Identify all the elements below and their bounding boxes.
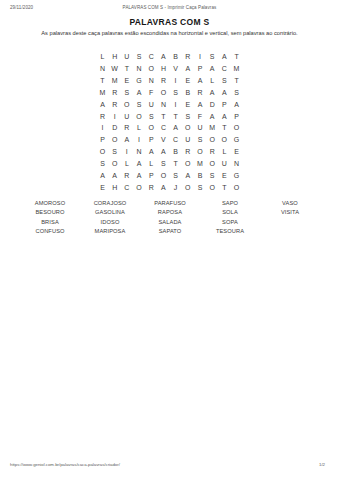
grid-cell-r4c10: A — [206, 87, 218, 99]
footer-url: https://www.geniol.com.br/palavras/caca-… — [10, 462, 120, 467]
word-item: MARIPOSA — [80, 227, 140, 236]
grid-cell-r3c4: G — [133, 75, 145, 87]
grid-cell-r4c1: M — [96, 87, 108, 99]
word-item: SOPA — [200, 218, 260, 227]
grid-cell-r8c1: P — [96, 134, 108, 146]
grid-cell-r11c4: A — [133, 169, 145, 181]
word-item: SAPO — [200, 199, 260, 208]
grid-cell-r12c6: A — [157, 181, 169, 193]
grid-cell-r11c1: A — [96, 169, 108, 181]
grid-cell-r10c11: U — [218, 158, 230, 170]
puzzle-instructions: As palavras deste caça palavras estão es… — [0, 30, 339, 36]
grid-cell-r3c6: R — [157, 75, 169, 87]
grid-cell-r10c12: N — [230, 158, 242, 170]
grid-cell-r8c2: O — [109, 134, 121, 146]
grid-cell-r6c4: O — [133, 110, 145, 122]
grid-cell-r8c12: G — [230, 134, 242, 146]
grid-cell-r11c7: S — [170, 169, 182, 181]
grid-cell-r3c2: M — [109, 75, 121, 87]
grid-cell-r3c9: A — [194, 75, 206, 87]
grid-cell-r9c9: O — [194, 146, 206, 158]
grid-cell-r12c4: O — [133, 181, 145, 193]
grid-cell-r12c2: H — [109, 181, 121, 193]
word-item: IDOSO — [80, 218, 140, 227]
grid-cell-r1c2: H — [109, 51, 121, 63]
word-item: VASO — [260, 199, 320, 208]
grid-cell-r5c7: I — [170, 98, 182, 110]
grid-cell-r8c10: O — [206, 134, 218, 146]
grid-cell-r3c12: T — [230, 75, 242, 87]
grid-cell-r4c6: O — [157, 87, 169, 99]
grid-cell-r5c3: O — [121, 98, 133, 110]
grid-cell-r9c2: S — [109, 146, 121, 158]
word-item: SALADA — [140, 218, 200, 227]
grid-cell-r1c3: U — [121, 51, 133, 63]
grid-cell-r6c2: I — [109, 110, 121, 122]
grid-cell-r12c11: T — [218, 181, 230, 193]
grid-cell-r3c3: E — [121, 75, 133, 87]
grid-cell-r4c7: S — [170, 87, 182, 99]
grid-cell-r5c2: R — [109, 98, 121, 110]
grid-cell-r7c5: O — [145, 122, 157, 134]
word-list-column-4: SAPOSOLASOPATESOURA — [200, 199, 260, 236]
grid-cell-r9c12: E — [230, 146, 242, 158]
grid-cell-r10c1: S — [96, 158, 108, 170]
grid-cell-r11c2: A — [109, 169, 121, 181]
grid-cell-r3c7: I — [170, 75, 182, 87]
grid-cell-r3c10: L — [206, 75, 218, 87]
grid-cell-r11c10: S — [206, 169, 218, 181]
grid-cell-r9c11: L — [218, 146, 230, 158]
grid-cell-r2c5: O — [145, 63, 157, 75]
grid-cell-r1c11: A — [218, 51, 230, 63]
grid-cell-r5c8: E — [182, 98, 194, 110]
grid-cell-r1c12: T — [230, 51, 242, 63]
word-item: SAPATO — [140, 227, 200, 236]
grid-cell-r7c1: I — [96, 122, 108, 134]
word-list-column-3: PARAFUSORAPOSASALADASAPATO — [140, 199, 200, 236]
grid-cell-r7c10: M — [206, 122, 218, 134]
grid-cell-r5c5: U — [145, 98, 157, 110]
print-date: 29/11/2020 — [10, 5, 33, 10]
word-item: CORAJOSO — [80, 199, 140, 208]
grid-cell-r12c12: O — [230, 181, 242, 193]
grid-cell-r10c5: L — [145, 158, 157, 170]
grid-cell-r5c9: A — [194, 98, 206, 110]
grid-cell-r7c4: L — [133, 122, 145, 134]
grid-cell-r7c12: O — [230, 122, 242, 134]
grid-cell-r8c11: O — [218, 134, 230, 146]
grid-cell-r2c7: V — [170, 63, 182, 75]
grid-cell-r10c7: T — [170, 158, 182, 170]
grid-cell-r4c5: F — [145, 87, 157, 99]
word-item: GASOLINA — [80, 208, 140, 217]
grid-cell-r11c5: P — [145, 169, 157, 181]
grid-cell-r7c8: O — [182, 122, 194, 134]
grid-cell-r10c8: O — [182, 158, 194, 170]
grid-cell-r1c1: L — [96, 51, 108, 63]
grid-cell-r7c2: D — [109, 122, 121, 134]
grid-cell-r7c11: T — [218, 122, 230, 134]
word-item: BESOURO — [20, 208, 80, 217]
grid-cell-r10c2: O — [109, 158, 121, 170]
grid-cell-r3c11: S — [218, 75, 230, 87]
grid-cell-r8c5: P — [145, 134, 157, 146]
word-search-grid: LHUSCABRISATNWTNOHVAPACMTMEGNRIEALSTMRSA… — [96, 51, 242, 193]
grid-cell-r12c8: O — [182, 181, 194, 193]
grid-cell-r2c11: C — [218, 63, 230, 75]
grid-cell-r6c5: S — [145, 110, 157, 122]
word-list-column-5: VASOVISITA — [260, 199, 320, 236]
grid-cell-r1c9: I — [194, 51, 206, 63]
word-item: SOLA — [200, 208, 260, 217]
grid-cell-r5c10: D — [206, 98, 218, 110]
grid-cell-r9c8: R — [182, 146, 194, 158]
grid-cell-r3c8: E — [182, 75, 194, 87]
grid-cell-r2c6: H — [157, 63, 169, 75]
grid-cell-r4c11: A — [218, 87, 230, 99]
grid-cell-r8c3: A — [121, 134, 133, 146]
grid-cell-r4c8: B — [182, 87, 194, 99]
grid-cell-r6c11: A — [218, 110, 230, 122]
grid-cell-r4c4: A — [133, 87, 145, 99]
grid-cell-r9c4: N — [133, 146, 145, 158]
grid-cell-r2c3: T — [121, 63, 133, 75]
word-item: PARAFUSO — [140, 199, 200, 208]
grid-cell-r10c10: O — [206, 158, 218, 170]
grid-cell-r4c2: R — [109, 87, 121, 99]
print-page: 29/11/2020 PALAVRAS COM S - Imprimir Caç… — [0, 0, 339, 480]
grid-cell-r1c7: B — [170, 51, 182, 63]
grid-cell-r12c3: C — [121, 181, 133, 193]
grid-cell-r8c4: I — [133, 134, 145, 146]
grid-cell-r2c2: W — [109, 63, 121, 75]
grid-cell-r2c10: A — [206, 63, 218, 75]
grid-cell-r6c12: P — [230, 110, 242, 122]
word-item: AMOROSO — [20, 199, 80, 208]
grid-cell-r11c8: A — [182, 169, 194, 181]
grid-cell-r10c3: L — [121, 158, 133, 170]
grid-cell-r6c10: A — [206, 110, 218, 122]
word-item: VISITA — [260, 208, 320, 217]
grid-cell-r5c12: A — [230, 98, 242, 110]
grid-cell-r4c12: S — [230, 87, 242, 99]
grid-cell-r2c9: P — [194, 63, 206, 75]
print-document-title: PALAVRAS COM S - Imprimir Caça Palavras — [60, 5, 279, 10]
word-list-column-1: AMOROSOBESOUROBRISACONFUSO — [20, 199, 80, 236]
grid-cell-r7c7: A — [170, 122, 182, 134]
grid-cell-r2c1: N — [96, 63, 108, 75]
grid-cell-r8c8: U — [182, 134, 194, 146]
grid-cell-r12c10: O — [206, 181, 218, 193]
grid-cell-r5c1: A — [96, 98, 108, 110]
grid-cell-r10c9: M — [194, 158, 206, 170]
grid-cell-r1c5: C — [145, 51, 157, 63]
grid-cell-r6c8: S — [182, 110, 194, 122]
grid-cell-r9c10: R — [206, 146, 218, 158]
grid-cell-r6c1: R — [96, 110, 108, 122]
word-item: RAPOSA — [140, 208, 200, 217]
grid-cell-r8c6: V — [157, 134, 169, 146]
grid-cell-r2c8: A — [182, 63, 194, 75]
grid-cell-r6c9: F — [194, 110, 206, 122]
grid-cell-r10c4: A — [133, 158, 145, 170]
grid-cell-r11c6: O — [157, 169, 169, 181]
grid-cell-r2c12: M — [230, 63, 242, 75]
grid-cell-r5c6: N — [157, 98, 169, 110]
grid-cell-r12c9: S — [194, 181, 206, 193]
grid-cell-r9c7: B — [170, 146, 182, 158]
grid-cell-r2c4: N — [133, 63, 145, 75]
grid-cell-r8c9: S — [194, 134, 206, 146]
grid-cell-r11c3: R — [121, 169, 133, 181]
grid-cell-r6c3: U — [121, 110, 133, 122]
grid-cell-r11c11: E — [218, 169, 230, 181]
grid-cell-r11c12: G — [230, 169, 242, 181]
grid-cell-r1c4: S — [133, 51, 145, 63]
word-item: TESOURA — [200, 227, 260, 236]
word-item: CONFUSO — [20, 227, 80, 236]
grid-cell-r6c7: T — [170, 110, 182, 122]
grid-cell-r7c9: U — [194, 122, 206, 134]
grid-cell-r12c1: E — [96, 181, 108, 193]
grid-cell-r1c6: A — [157, 51, 169, 63]
grid-cell-r10c6: S — [157, 158, 169, 170]
word-item: BRISA — [20, 218, 80, 227]
grid-cell-r7c6: C — [157, 122, 169, 134]
grid-cell-r3c1: T — [96, 75, 108, 87]
footer-page-number: 1/2 — [319, 462, 325, 467]
grid-cell-r1c10: S — [206, 51, 218, 63]
grid-cell-r11c9: B — [194, 169, 206, 181]
grid-cell-r4c9: R — [194, 87, 206, 99]
grid-cell-r4c3: S — [121, 87, 133, 99]
grid-cell-r9c6: A — [157, 146, 169, 158]
grid-cell-r9c5: A — [145, 146, 157, 158]
grid-cell-r5c11: P — [218, 98, 230, 110]
grid-cell-r8c7: C — [170, 134, 182, 146]
grid-cell-r9c3: I — [121, 146, 133, 158]
grid-cell-r12c7: J — [170, 181, 182, 193]
grid-cell-r3c5: N — [145, 75, 157, 87]
grid-cell-r9c1: O — [96, 146, 108, 158]
word-list: AMOROSOBESOUROBRISACONFUSOCORAJOSOGASOLI… — [20, 199, 320, 236]
grid-cell-r6c6: T — [157, 110, 169, 122]
grid-cell-r7c3: R — [121, 122, 133, 134]
word-list-column-2: CORAJOSOGASOLINAIDOSOMARIPOSA — [80, 199, 140, 236]
grid-cell-r1c8: R — [182, 51, 194, 63]
puzzle-title: PALAVRAS COM S — [0, 17, 339, 27]
grid-cell-r5c4: S — [133, 98, 145, 110]
grid-cell-r12c5: R — [145, 181, 157, 193]
